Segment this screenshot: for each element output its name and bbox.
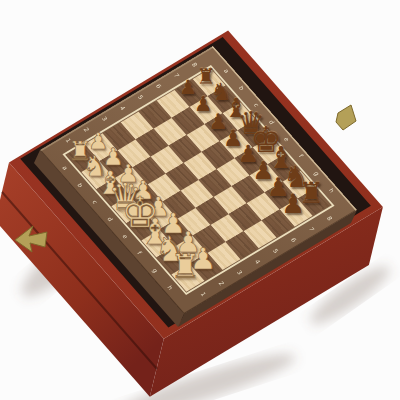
coord-label: a [222, 68, 230, 74]
coord-label: 3 [235, 270, 243, 276]
coord-label: a [61, 165, 69, 171]
coord-label: 8 [190, 62, 198, 68]
coord-label: 2 [217, 281, 225, 287]
coord-label: c [91, 200, 98, 206]
coord-label: g [312, 171, 320, 177]
coord-label: 3 [100, 116, 108, 122]
coord-label: 6 [289, 237, 297, 243]
coord-label: g [151, 268, 159, 274]
coord-label: 4 [118, 105, 126, 111]
product-photo-chess-box: aabbccddeeffgghh8877665544332211 ♜♞♝♛♚♝♞… [0, 0, 400, 400]
coord-label: h [166, 285, 174, 291]
coord-label: f [297, 154, 304, 159]
coord-label: 2 [82, 127, 90, 133]
coord-label: c [252, 102, 259, 108]
coord-label: 1 [64, 138, 72, 144]
coord-label: e [282, 137, 290, 143]
coord-label: f [136, 251, 143, 256]
coord-label: 8 [325, 216, 333, 222]
coord-label: 7 [172, 73, 180, 79]
coord-label: 5 [136, 94, 144, 100]
coord-label: e [121, 234, 129, 240]
page: { "game": "chess", "position": "rnbqkbnr… [0, 0, 400, 400]
coord-label: d [106, 217, 114, 223]
coord-label: d [267, 120, 275, 126]
coord-label: 1 [199, 291, 207, 297]
coord-label: b [237, 85, 245, 91]
coord-label: 6 [154, 83, 162, 89]
coord-label: 4 [253, 259, 261, 265]
coord-label: h [327, 188, 335, 194]
coord-label: b [76, 182, 84, 188]
coord-label: 7 [307, 226, 315, 232]
coord-label: 5 [271, 248, 279, 254]
brass-hinge-icon [336, 105, 356, 130]
